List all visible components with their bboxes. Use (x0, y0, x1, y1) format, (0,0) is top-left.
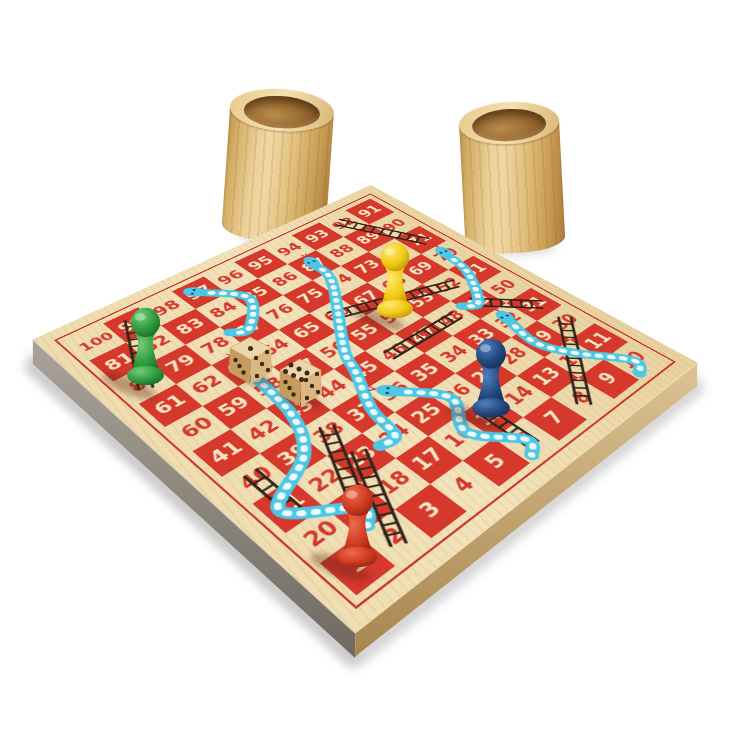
cell-number: 65 (290, 320, 325, 341)
cell-number: 36 (376, 379, 413, 403)
cell-number: 51 (459, 262, 490, 280)
cell-number: 13 (530, 365, 566, 388)
cell-number: 76 (263, 302, 297, 322)
pawn-blue[interactable] (467, 338, 515, 426)
cell-number: 6 (512, 430, 540, 450)
cell-number: 5 (482, 452, 511, 473)
cell-number: 2 (380, 525, 411, 549)
cell-number: 88 (327, 243, 358, 260)
cell-number: 50 (488, 278, 520, 297)
cell-number: 9 (595, 370, 622, 387)
die-2[interactable] (277, 357, 325, 409)
pawn-red[interactable] (332, 484, 383, 576)
cell-number: 59 (215, 394, 254, 419)
cell-number: 87 (298, 256, 330, 274)
cell-number: 42 (244, 417, 284, 444)
cell-number: 38 (309, 419, 348, 446)
cell-number: 94 (274, 241, 306, 258)
cell-number: 74 (324, 272, 357, 291)
cell-number: 39 (273, 441, 314, 469)
pawn-green[interactable] (122, 307, 169, 393)
cell-number: 90 (380, 217, 410, 233)
cell-number: 21 (267, 490, 310, 522)
cell-number: 8 (569, 389, 596, 407)
cell-number: 75 (294, 287, 328, 306)
cell-number: 16 (441, 424, 480, 451)
cell-number: 7 (541, 409, 569, 428)
cell-number: 47 (407, 324, 442, 345)
cell-number: 23 (341, 443, 381, 471)
cell-number: 66 (321, 304, 355, 324)
cell-number: 32 (492, 310, 525, 330)
cell-number: 70 (431, 246, 462, 263)
cell-number: 35 (407, 361, 443, 384)
cell-number: 61 (151, 392, 190, 417)
cell-number: 95 (245, 254, 277, 272)
cell-number: 11 (582, 330, 616, 351)
cell-number: 40 (235, 464, 277, 494)
photo-scene: 1009998979695949392918182838485868788899… (0, 0, 750, 750)
cell-number: 84 (206, 300, 241, 320)
cell-number: 97 (182, 283, 216, 302)
cell-number: 52 (433, 276, 465, 295)
cell-number: 91 (355, 204, 384, 219)
pawn-yellow[interactable] (372, 242, 418, 326)
die-1[interactable] (227, 335, 275, 387)
cell-number: 83 (173, 316, 209, 337)
cell-number: 37 (344, 399, 382, 425)
cell-number: 25 (408, 401, 446, 427)
cell-number: 3 (416, 499, 446, 522)
cell-number: 93 (302, 228, 333, 244)
cell-number: 46 (377, 341, 412, 363)
cell-number: 17 (409, 445, 449, 473)
cell-number: 85 (238, 285, 272, 304)
cell-number: 31 (518, 295, 551, 314)
cell-number: 30 (549, 312, 582, 332)
cell-number: 24 (375, 422, 414, 449)
cell-number: 86 (269, 270, 302, 288)
cell-number: 49 (462, 293, 495, 312)
cell-number: 45 (346, 359, 382, 382)
cell-number: 62 (188, 373, 226, 397)
cell-number: 4 (450, 475, 480, 497)
cell-number: 41 (206, 439, 247, 467)
cell-number: 60 (178, 415, 218, 442)
cell-number: 10 (616, 349, 650, 371)
cell-number: 29 (523, 328, 557, 349)
cell-number: 96 (214, 268, 247, 286)
cell-number: 12 (556, 347, 591, 369)
cell-number: 48 (435, 308, 469, 328)
cell-number: 92 (329, 216, 359, 232)
